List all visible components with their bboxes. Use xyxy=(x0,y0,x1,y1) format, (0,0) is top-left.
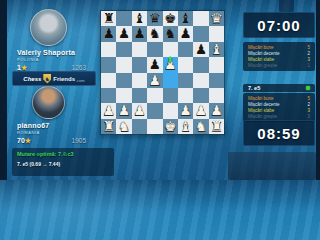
board-square-h5[interactable] xyxy=(209,57,224,72)
board-square-b8[interactable] xyxy=(116,11,131,26)
chess-piece-wp[interactable]: ♟ xyxy=(118,103,130,118)
chess-piece-bn[interactable]: ♞ xyxy=(149,26,161,41)
chess-piece-bp[interactable]: ♟ xyxy=(180,26,192,41)
chess-piece-bn[interactable]: ♞ xyxy=(164,26,176,41)
chess-piece-bp[interactable]: ♟ xyxy=(103,26,115,41)
board-square-b3[interactable] xyxy=(116,88,131,103)
player-card-bottom: pianno67 ROMANIA 70★ 1905 xyxy=(4,84,92,145)
board-square-d3[interactable] xyxy=(147,88,162,103)
board-square-e4[interactable] xyxy=(163,73,178,88)
chess-piece-bp[interactable]: ♟ xyxy=(118,26,130,41)
board-square-h3[interactable] xyxy=(209,88,224,103)
board-square-d2[interactable] xyxy=(147,103,162,118)
board-square-b6[interactable] xyxy=(116,42,131,57)
stat-value: 5 xyxy=(307,45,310,50)
stat-value: 2 xyxy=(307,51,310,56)
chess-piece-wp[interactable]: ♟ xyxy=(103,103,115,118)
board-square-b5[interactable] xyxy=(116,57,131,72)
board-square-e2[interactable] xyxy=(163,103,178,118)
board-square-e3[interactable] xyxy=(163,88,178,103)
best-move-text: Mutare optimă: 7.♘c3 xyxy=(17,151,109,157)
move-arrow-icon: ⬆ xyxy=(167,55,173,64)
board-square-a4[interactable] xyxy=(101,73,116,88)
stat-row: Mișcări greșite3 xyxy=(243,114,315,120)
stat-label: Mișcări bune xyxy=(248,45,274,50)
board-square-f4[interactable] xyxy=(178,73,193,88)
current-move-label: 7. e5 xyxy=(248,85,260,91)
board-square-g6[interactable]: ♟ xyxy=(193,42,208,57)
board-square-a3[interactable] xyxy=(101,88,116,103)
board-square-h8[interactable]: ♛ xyxy=(209,11,224,26)
board-square-d8[interactable]: ♛ xyxy=(147,11,162,26)
chess-board[interactable]: ♜♝♛♚♝♛♟♟♟♞♞♟♟♝♟♟⬆♟♟♟♟♟♟♟♜♞♚♝♞♜ xyxy=(100,10,225,135)
board-square-b4[interactable] xyxy=(116,73,131,88)
played-move-eval-text: 7. e5 (0.69 → 7.44) xyxy=(17,161,109,167)
board-square-e7[interactable]: ♞ xyxy=(163,26,178,41)
stat-label: Mișcări bune xyxy=(248,96,274,101)
board-square-f6[interactable] xyxy=(178,42,193,57)
board-square-c3[interactable] xyxy=(132,88,147,103)
board-square-c8[interactable]: ♝ xyxy=(132,11,147,26)
board-square-d5[interactable]: ♟ xyxy=(147,57,162,72)
board-square-e8[interactable]: ♚ xyxy=(163,11,178,26)
chess-piece-wb[interactable]: ♝ xyxy=(180,119,192,134)
board-square-a6[interactable] xyxy=(101,42,116,57)
chess-piece-wp[interactable]: ♟ xyxy=(180,103,192,118)
player-name-bottom: pianno67 xyxy=(4,122,92,129)
move-quality-indicator xyxy=(306,86,310,90)
stat-label: Mișcări greșite xyxy=(248,114,277,119)
chess-piece-wr[interactable]: ♜ xyxy=(210,119,222,134)
player-stars-bottom: 70★ xyxy=(17,137,31,145)
stats-panel-top: Mișcări bune5 Mișcări decente2 Mișcări s… xyxy=(243,42,315,71)
board-square-g7[interactable] xyxy=(193,26,208,41)
avatar-top-player[interactable] xyxy=(30,9,67,46)
logo-text-friends: Friends xyxy=(53,76,75,82)
board-square-a7[interactable]: ♟ xyxy=(101,26,116,41)
player-rating-top: 1263 xyxy=(72,64,86,71)
stat-label: Mișcări slabe xyxy=(248,108,274,113)
player-rating-bottom: 1905 xyxy=(72,137,86,144)
chess-piece-bp[interactable]: ♟ xyxy=(149,57,161,72)
board-square-f3[interactable] xyxy=(178,88,193,103)
shield-icon: ♞ xyxy=(43,74,51,84)
board-square-c5[interactable] xyxy=(132,57,147,72)
board-square-h6[interactable]: ♝ xyxy=(209,42,224,57)
board-square-a5[interactable] xyxy=(101,57,116,72)
chess-piece-wb[interactable]: ♝ xyxy=(210,42,222,57)
board-square-a1[interactable]: ♜ xyxy=(101,119,116,134)
stat-value: 3 xyxy=(307,108,310,113)
stat-label: Mișcări slabe xyxy=(248,57,274,62)
chess-piece-wq[interactable]: ♛ xyxy=(210,11,222,26)
board-square-f2[interactable]: ♟ xyxy=(178,103,193,118)
stat-value: 3 xyxy=(307,114,310,119)
stat-row: Mișcări greșite1 xyxy=(243,63,315,69)
board-square-g5[interactable] xyxy=(193,57,208,72)
board-square-e1[interactable]: ♚ xyxy=(163,119,178,134)
board-square-d6[interactable] xyxy=(147,42,162,57)
stats-panel-bottom: Mișcări bune5 Mișcări decente2 Mișcări s… xyxy=(243,93,315,122)
chess-piece-wp[interactable]: ♟ xyxy=(210,103,222,118)
stat-value: 3 xyxy=(307,57,310,62)
board-square-g8[interactable] xyxy=(193,11,208,26)
board-square-c6[interactable] xyxy=(132,42,147,57)
board-square-e5[interactable]: ♟⬆ xyxy=(163,57,178,72)
board-square-g4[interactable] xyxy=(193,73,208,88)
board-square-c1[interactable] xyxy=(132,119,147,134)
chess-piece-bk[interactable]: ♚ xyxy=(164,11,176,26)
board-square-b1[interactable]: ♞ xyxy=(116,119,131,134)
stat-label: Mișcări decente xyxy=(248,102,280,107)
board-square-c2[interactable]: ♟ xyxy=(132,103,147,118)
player-name-top: Valeriy Shaporta xyxy=(4,49,92,56)
chess-piece-wp[interactable]: ♟ xyxy=(133,103,145,118)
board-square-b7[interactable]: ♟ xyxy=(116,26,131,41)
chess-piece-br[interactable]: ♜ xyxy=(103,11,115,26)
board-square-h1[interactable]: ♜ xyxy=(209,119,224,134)
right-edge-strip xyxy=(316,0,320,180)
star-icon: ★ xyxy=(25,137,31,144)
board-square-b2[interactable]: ♟ xyxy=(116,103,131,118)
top-tab[interactable] xyxy=(279,0,294,12)
chess-piece-bq[interactable]: ♛ xyxy=(149,11,161,26)
logo-text-chess: Chess xyxy=(23,76,41,82)
player-card-top: Valeriy Shaporta POLONIA 1★ 1263 xyxy=(4,4,92,72)
board-square-h7[interactable] xyxy=(209,26,224,41)
chess-piece-wn[interactable]: ♞ xyxy=(195,119,207,134)
clock-bottom-player: 08:59 xyxy=(243,120,315,146)
board-square-d1[interactable] xyxy=(147,119,162,134)
app-background: { "game": "chess", "position": { "fen": … xyxy=(0,0,320,180)
logo-text-com: .com xyxy=(76,78,85,83)
board-square-h4[interactable] xyxy=(209,73,224,88)
board-square-c7[interactable]: ♟ xyxy=(132,26,147,41)
analysis-panel: Mutare optimă: 7.♘c3 7. e5 (0.69 → 7.44) xyxy=(12,148,114,176)
board-square-d7[interactable]: ♞ xyxy=(147,26,162,41)
board-square-h2[interactable]: ♟ xyxy=(209,103,224,118)
board-square-g1[interactable]: ♞ xyxy=(193,119,208,134)
board-square-g3[interactable] xyxy=(193,88,208,103)
board-square-a2[interactable]: ♟ xyxy=(101,103,116,118)
board-square-a8[interactable]: ♜ xyxy=(101,11,116,26)
board-square-f5[interactable] xyxy=(178,57,193,72)
chess-piece-wk[interactable]: ♚ xyxy=(164,119,176,134)
chess-piece-bp[interactable]: ♟ xyxy=(133,26,145,41)
stat-value: 1 xyxy=(307,63,310,68)
chess-piece-bp[interactable]: ♟ xyxy=(195,42,207,57)
bottom-right-panel xyxy=(228,152,316,180)
stat-value: 2 xyxy=(307,102,310,107)
stat-label: Mișcări decente xyxy=(248,51,280,56)
stat-label: Mișcări greșite xyxy=(248,63,277,68)
board-square-f8[interactable]: ♝ xyxy=(178,11,193,26)
board-square-c4[interactable] xyxy=(132,73,147,88)
chess-piece-wp[interactable]: ♟ xyxy=(149,73,161,88)
chess-piece-wn[interactable]: ♞ xyxy=(118,119,130,134)
avatar-bottom-player[interactable] xyxy=(32,86,65,119)
board-square-d4[interactable]: ♟ xyxy=(147,73,162,88)
current-move-row[interactable]: 7. e5 xyxy=(243,84,315,92)
chess-piece-bb[interactable]: ♝ xyxy=(180,11,192,26)
chess-piece-wr[interactable]: ♜ xyxy=(103,119,115,134)
board-square-f7[interactable]: ♟ xyxy=(178,26,193,41)
chess-piece-wp[interactable]: ♟ xyxy=(195,103,207,118)
board-square-g2[interactable]: ♟ xyxy=(193,103,208,118)
board-square-f1[interactable]: ♝ xyxy=(178,119,193,134)
chess-piece-bb[interactable]: ♝ xyxy=(133,11,145,26)
star-icon: ★ xyxy=(21,64,27,71)
stat-value: 5 xyxy=(307,96,310,101)
clock-top-player: 07:00 xyxy=(243,12,315,38)
